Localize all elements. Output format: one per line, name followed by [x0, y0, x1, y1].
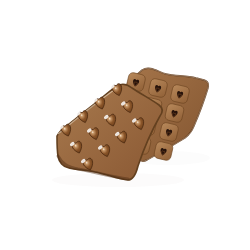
heart-cavity: [159, 122, 179, 142]
front-mold: [57, 81, 162, 180]
front-tray-outline: [57, 84, 162, 180]
heart-cavity: [153, 141, 173, 161]
chocolate-mold-illustration: [0, 0, 250, 250]
product-photo: [0, 0, 250, 250]
heart-cavity: [148, 78, 168, 98]
heart-cavity: [164, 103, 184, 123]
heart-cavity: [170, 84, 190, 104]
